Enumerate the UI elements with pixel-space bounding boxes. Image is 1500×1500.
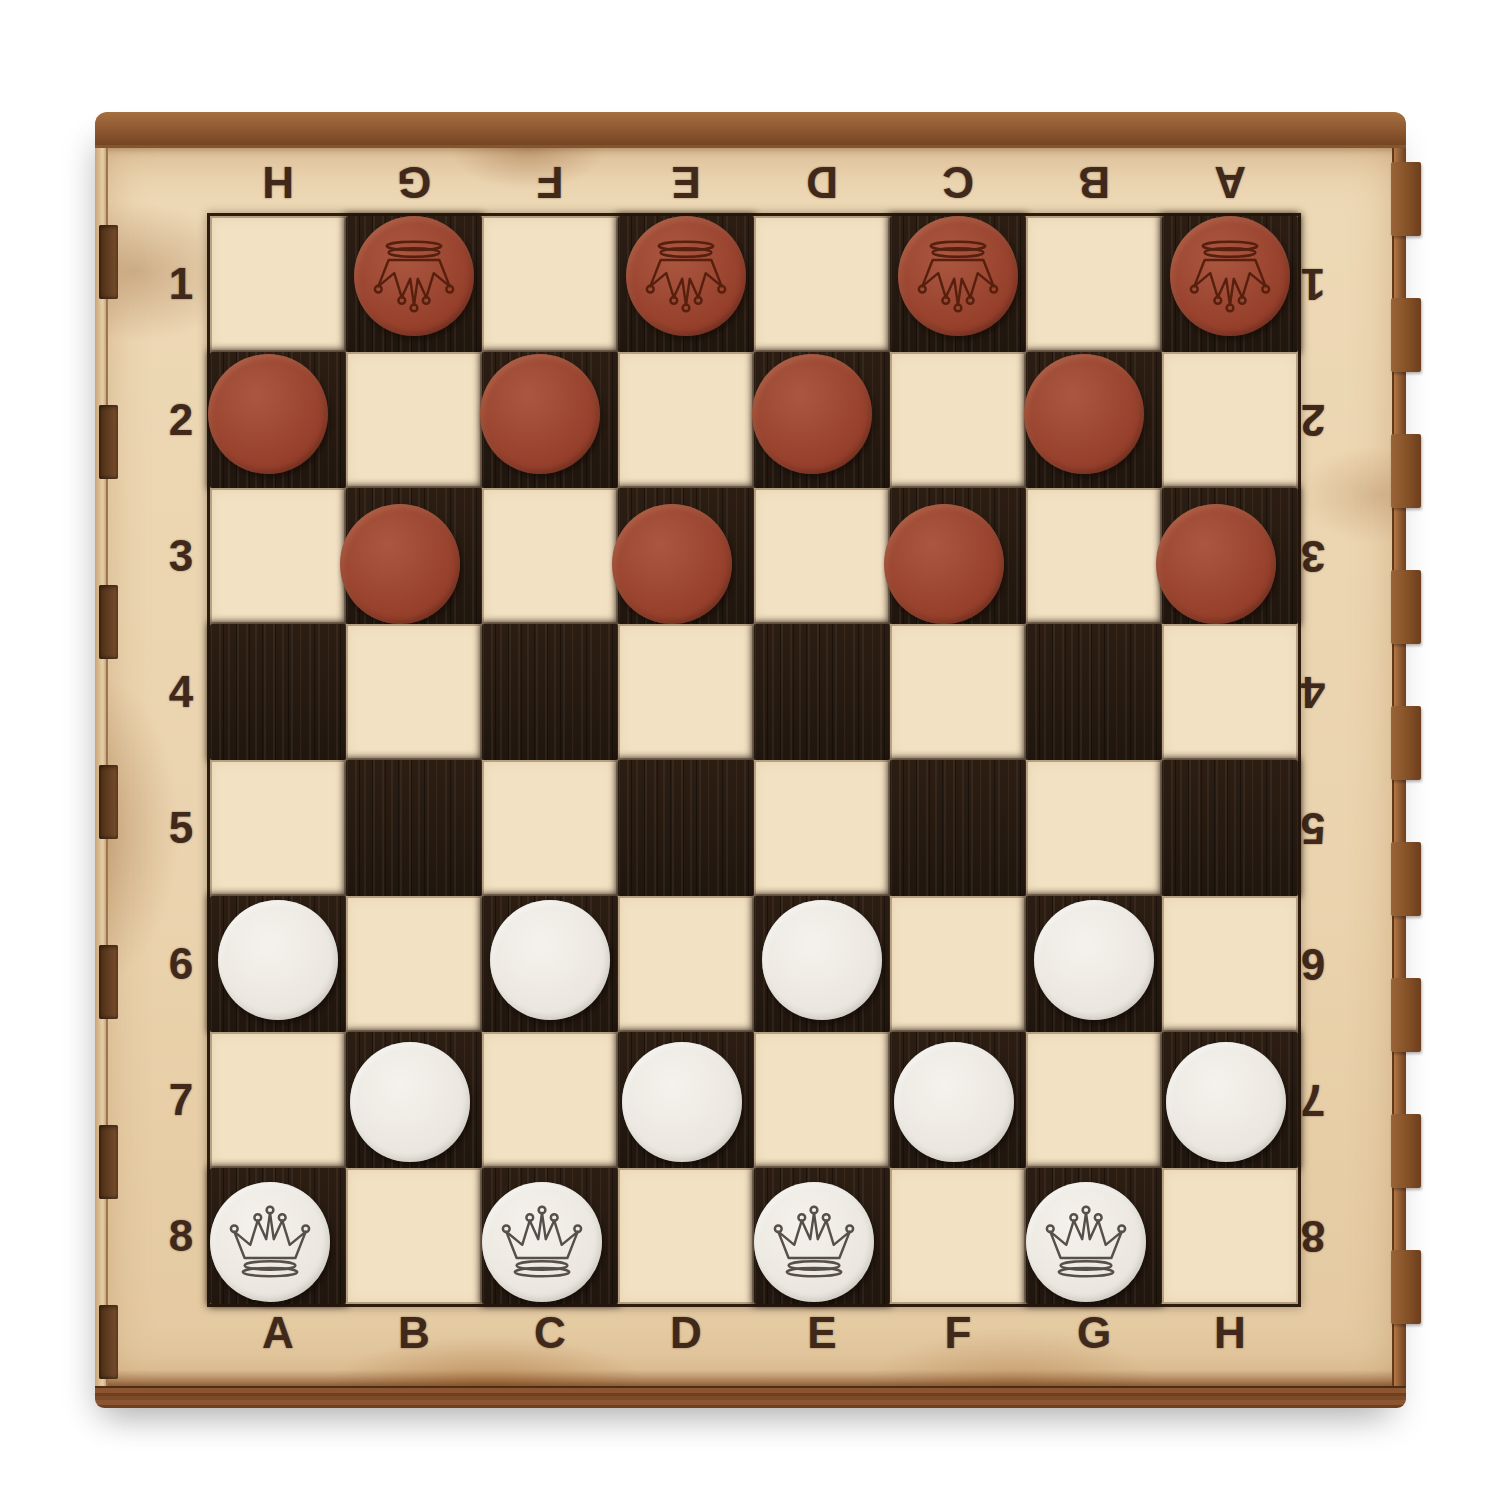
square-g7[interactable] bbox=[1026, 1032, 1162, 1168]
piece-white-king-g8[interactable] bbox=[1026, 1182, 1146, 1302]
square-b4[interactable] bbox=[346, 624, 482, 760]
finger-joint-tab-right-4 bbox=[1391, 570, 1421, 644]
square-c5[interactable] bbox=[482, 760, 618, 896]
square-c2[interactable] bbox=[482, 352, 618, 488]
square-a1[interactable] bbox=[210, 216, 346, 352]
rank-label-left-7: 7 bbox=[153, 1032, 209, 1168]
finger-joint-tab-right-9 bbox=[1391, 1250, 1421, 1324]
finger-joint-tab-right-1 bbox=[1391, 162, 1421, 236]
piece-white-man-e6[interactable] bbox=[762, 900, 882, 1020]
square-b5[interactable] bbox=[346, 760, 482, 896]
square-a7[interactable] bbox=[210, 1032, 346, 1168]
file-label-top-b: B bbox=[1026, 154, 1162, 210]
square-a2[interactable] bbox=[210, 352, 346, 488]
wooden-checkers-box: HGFEDCBA ABCDEFGH 12345678 12345678 bbox=[95, 112, 1406, 1408]
finger-joint-slot-left-5 bbox=[99, 945, 118, 1019]
square-c4[interactable] bbox=[482, 624, 618, 760]
file-labels-bottom: ABCDEFGH bbox=[210, 1305, 1298, 1361]
finger-joint-tab-right-5 bbox=[1391, 706, 1421, 780]
finger-joint-slot-left-6 bbox=[99, 1125, 118, 1199]
rank-label-left-4: 4 bbox=[153, 624, 209, 760]
square-f4[interactable] bbox=[890, 624, 1026, 760]
square-c8[interactable] bbox=[482, 1168, 618, 1304]
square-b7[interactable] bbox=[346, 1032, 482, 1168]
file-label-top-g: G bbox=[346, 154, 482, 210]
rank-label-left-2: 2 bbox=[153, 352, 209, 488]
square-a6[interactable] bbox=[210, 896, 346, 1032]
file-label-top-f: F bbox=[482, 154, 618, 210]
square-f1[interactable] bbox=[890, 216, 1026, 352]
photo-background: HGFEDCBA ABCDEFGH 12345678 12345678 bbox=[0, 0, 1500, 1500]
box-top-edge bbox=[95, 112, 1406, 148]
piece-red-man-f3[interactable] bbox=[884, 504, 1004, 624]
square-b1[interactable] bbox=[346, 216, 482, 352]
piece-red-man-g2[interactable] bbox=[1024, 354, 1144, 474]
finger-joint-slot-left-1 bbox=[99, 225, 118, 299]
piece-white-man-g6[interactable] bbox=[1034, 900, 1154, 1020]
square-g3[interactable] bbox=[1026, 488, 1162, 624]
crown-engraving-icon bbox=[639, 235, 733, 317]
file-label-bottom-f: F bbox=[890, 1305, 1026, 1361]
file-label-bottom-a: A bbox=[210, 1305, 346, 1361]
piece-white-king-c8[interactable] bbox=[482, 1182, 602, 1302]
square-c6[interactable] bbox=[482, 896, 618, 1032]
square-d1[interactable] bbox=[618, 216, 754, 352]
piece-red-man-a2[interactable] bbox=[208, 354, 328, 474]
crown-engraving-icon bbox=[1183, 235, 1277, 317]
square-e6[interactable] bbox=[754, 896, 890, 1032]
square-b6[interactable] bbox=[346, 896, 482, 1032]
piece-white-man-h7[interactable] bbox=[1166, 1042, 1286, 1162]
checkers-board-grid bbox=[210, 216, 1298, 1304]
finger-joint-tab-right-3 bbox=[1391, 434, 1421, 508]
square-d7[interactable] bbox=[618, 1032, 754, 1168]
square-h4[interactable] bbox=[1162, 624, 1298, 760]
piece-white-man-b7[interactable] bbox=[350, 1042, 470, 1162]
finger-joint-slot-left-3 bbox=[99, 585, 118, 659]
file-label-top-h: H bbox=[210, 154, 346, 210]
square-h1[interactable] bbox=[1162, 216, 1298, 352]
square-a3[interactable] bbox=[210, 488, 346, 624]
piece-white-king-e8[interactable] bbox=[754, 1182, 874, 1302]
square-f3[interactable] bbox=[890, 488, 1026, 624]
crown-engraving-icon bbox=[367, 235, 461, 317]
square-e1[interactable] bbox=[754, 216, 890, 352]
square-g4[interactable] bbox=[1026, 624, 1162, 760]
square-b3[interactable] bbox=[346, 488, 482, 624]
box-bottom-edge bbox=[95, 1386, 1406, 1408]
finger-joint-tab-right-7 bbox=[1391, 978, 1421, 1052]
finger-joint-slot-left-4 bbox=[99, 765, 118, 839]
square-h3[interactable] bbox=[1162, 488, 1298, 624]
piece-red-man-c2[interactable] bbox=[480, 354, 600, 474]
rank-label-left-6: 6 bbox=[153, 896, 209, 1032]
square-f8[interactable] bbox=[890, 1168, 1026, 1304]
crown-engraving-icon bbox=[1039, 1201, 1133, 1283]
file-label-bottom-c: C bbox=[482, 1305, 618, 1361]
piece-red-man-e2[interactable] bbox=[752, 354, 872, 474]
piece-red-man-d3[interactable] bbox=[612, 504, 732, 624]
piece-white-man-a6[interactable] bbox=[218, 900, 338, 1020]
finger-joint-tab-right-2 bbox=[1391, 298, 1421, 372]
finger-joint-tab-right-8 bbox=[1391, 1114, 1421, 1188]
square-g2[interactable] bbox=[1026, 352, 1162, 488]
piece-red-king-h1[interactable] bbox=[1170, 216, 1290, 336]
square-e4[interactable] bbox=[754, 624, 890, 760]
finger-joint-tab-right-6 bbox=[1391, 842, 1421, 916]
square-g8[interactable] bbox=[1026, 1168, 1162, 1304]
square-c7[interactable] bbox=[482, 1032, 618, 1168]
square-h7[interactable] bbox=[1162, 1032, 1298, 1168]
piece-white-man-d7[interactable] bbox=[622, 1042, 742, 1162]
square-h6[interactable] bbox=[1162, 896, 1298, 1032]
crown-engraving-icon bbox=[767, 1201, 861, 1283]
piece-red-man-h3[interactable] bbox=[1156, 504, 1276, 624]
square-d2[interactable] bbox=[618, 352, 754, 488]
rank-label-left-5: 5 bbox=[153, 760, 209, 896]
piece-white-man-c6[interactable] bbox=[490, 900, 610, 1020]
square-f6[interactable] bbox=[890, 896, 1026, 1032]
file-label-bottom-g: G bbox=[1026, 1305, 1162, 1361]
crown-engraving-icon bbox=[495, 1201, 589, 1283]
rank-labels-left: 12345678 bbox=[153, 216, 209, 1304]
rank-label-left-3: 3 bbox=[153, 488, 209, 624]
square-e7[interactable] bbox=[754, 1032, 890, 1168]
piece-red-man-b3[interactable] bbox=[340, 504, 460, 624]
file-label-bottom-e: E bbox=[754, 1305, 890, 1361]
file-label-top-a: A bbox=[1162, 154, 1298, 210]
square-d5[interactable] bbox=[618, 760, 754, 896]
square-g6[interactable] bbox=[1026, 896, 1162, 1032]
finger-joint-slot-left-7 bbox=[99, 1305, 118, 1379]
rank-label-left-1: 1 bbox=[153, 216, 209, 352]
file-label-bottom-d: D bbox=[618, 1305, 754, 1361]
piece-white-man-f7[interactable] bbox=[894, 1042, 1014, 1162]
square-b8[interactable] bbox=[346, 1168, 482, 1304]
file-label-bottom-h: H bbox=[1162, 1305, 1298, 1361]
square-f2[interactable] bbox=[890, 352, 1026, 488]
square-d8[interactable] bbox=[618, 1168, 754, 1304]
square-g1[interactable] bbox=[1026, 216, 1162, 352]
finger-joint-slot-left-2 bbox=[99, 405, 118, 479]
piece-white-king-a8[interactable] bbox=[210, 1182, 330, 1302]
file-label-bottom-b: B bbox=[346, 1305, 482, 1361]
square-g5[interactable] bbox=[1026, 760, 1162, 896]
square-f7[interactable] bbox=[890, 1032, 1026, 1168]
square-e3[interactable] bbox=[754, 488, 890, 624]
square-c1[interactable] bbox=[482, 216, 618, 352]
square-b2[interactable] bbox=[346, 352, 482, 488]
piece-red-king-b1[interactable] bbox=[354, 216, 474, 336]
crown-engraving-icon bbox=[223, 1201, 317, 1283]
square-h5[interactable] bbox=[1162, 760, 1298, 896]
square-h8[interactable] bbox=[1162, 1168, 1298, 1304]
square-d4[interactable] bbox=[618, 624, 754, 760]
square-e8[interactable] bbox=[754, 1168, 890, 1304]
rank-label-left-8: 8 bbox=[153, 1168, 209, 1304]
crown-engraving-icon bbox=[911, 235, 1005, 317]
square-d3[interactable] bbox=[618, 488, 754, 624]
square-e5[interactable] bbox=[754, 760, 890, 896]
square-a4[interactable] bbox=[210, 624, 346, 760]
file-label-top-c: C bbox=[890, 154, 1026, 210]
square-a8[interactable] bbox=[210, 1168, 346, 1304]
piece-red-king-d1[interactable] bbox=[626, 216, 746, 336]
square-d6[interactable] bbox=[618, 896, 754, 1032]
square-f5[interactable] bbox=[890, 760, 1026, 896]
piece-red-king-f1[interactable] bbox=[898, 216, 1018, 336]
square-a5[interactable] bbox=[210, 760, 346, 896]
file-labels-top: HGFEDCBA bbox=[210, 154, 1298, 210]
file-label-top-e: E bbox=[618, 154, 754, 210]
file-label-top-d: D bbox=[754, 154, 890, 210]
square-h2[interactable] bbox=[1162, 352, 1298, 488]
square-c3[interactable] bbox=[482, 488, 618, 624]
square-e2[interactable] bbox=[754, 352, 890, 488]
